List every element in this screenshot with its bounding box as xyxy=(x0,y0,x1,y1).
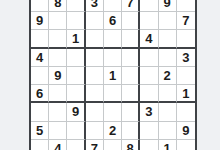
sudoku-cell-given[interactable]: 7 xyxy=(86,140,104,150)
sudoku-cell-given[interactable]: 7 xyxy=(177,12,195,30)
sudoku-cell-empty[interactable] xyxy=(86,67,104,85)
sudoku-cell-empty[interactable] xyxy=(140,49,158,67)
sudoku-cell-empty[interactable] xyxy=(67,0,85,12)
sudoku-cell-empty[interactable] xyxy=(67,67,85,85)
sudoku-cell-empty[interactable] xyxy=(67,49,85,67)
sudoku-cell-given[interactable]: 2 xyxy=(104,122,122,140)
sudoku-cell-empty[interactable] xyxy=(122,49,140,67)
sudoku-cell-empty[interactable] xyxy=(86,49,104,67)
sudoku-cell-empty[interactable] xyxy=(104,0,122,12)
sudoku-cell-empty[interactable] xyxy=(122,30,140,48)
sudoku-cell-empty[interactable] xyxy=(140,140,158,150)
sudoku-cell-empty[interactable] xyxy=(67,85,85,103)
sudoku-cell-empty[interactable] xyxy=(159,122,177,140)
sudoku-cell-given[interactable]: 6 xyxy=(31,85,49,103)
sudoku-cell-empty[interactable] xyxy=(159,85,177,103)
sudoku-cell-given[interactable]: 3 xyxy=(86,0,104,12)
sudoku-cell-given[interactable]: 9 xyxy=(49,67,67,85)
sudoku-cell-empty[interactable] xyxy=(86,103,104,121)
sudoku-cell-empty[interactable] xyxy=(159,49,177,67)
sudoku-cell-given[interactable]: 7 xyxy=(122,0,140,12)
sudoku-cell-empty[interactable] xyxy=(31,140,49,150)
sudoku-cell-empty[interactable] xyxy=(49,122,67,140)
sudoku-cell-given[interactable]: 9 xyxy=(67,103,85,121)
sudoku-cell-empty[interactable] xyxy=(140,12,158,30)
sudoku-cell-given[interactable]: 4 xyxy=(31,49,49,67)
sudoku-cell-empty[interactable] xyxy=(122,103,140,121)
sudoku-cell-given[interactable]: 3 xyxy=(177,49,195,67)
sudoku-cell-empty[interactable] xyxy=(177,140,195,150)
sudoku-cell-empty[interactable] xyxy=(104,30,122,48)
sudoku-cell-given[interactable]: 1 xyxy=(104,67,122,85)
sudoku-cell-empty[interactable] xyxy=(31,67,49,85)
sudoku-cell-given[interactable]: 3 xyxy=(140,103,158,121)
sudoku-cell-empty[interactable] xyxy=(31,0,49,12)
sudoku-cell-empty[interactable] xyxy=(31,103,49,121)
sudoku-cell-empty[interactable] xyxy=(140,67,158,85)
sudoku-cell-given[interactable]: 1 xyxy=(67,30,85,48)
sudoku-cell-empty[interactable] xyxy=(49,12,67,30)
sudoku-cell-empty[interactable] xyxy=(159,30,177,48)
sudoku-cell-empty[interactable] xyxy=(122,85,140,103)
sudoku-cell-empty[interactable] xyxy=(104,103,122,121)
sudoku-cell-empty[interactable] xyxy=(86,85,104,103)
sudoku-cell-empty[interactable] xyxy=(49,49,67,67)
sudoku-cell-empty[interactable] xyxy=(122,12,140,30)
sudoku-cell-given[interactable]: 4 xyxy=(49,140,67,150)
sudoku-cell-empty[interactable] xyxy=(67,140,85,150)
sudoku-cell-given[interactable]: 5 xyxy=(31,122,49,140)
sudoku-cell-empty[interactable] xyxy=(31,30,49,48)
sudoku-cell-given[interactable]: 8 xyxy=(49,0,67,12)
sudoku-cell-empty[interactable] xyxy=(159,103,177,121)
sudoku-cell-empty[interactable] xyxy=(122,67,140,85)
sudoku-cell-empty[interactable] xyxy=(140,122,158,140)
sudoku-board: 8379967144391261935294781 xyxy=(29,0,197,150)
sudoku-cell-given[interactable]: 9 xyxy=(31,12,49,30)
sudoku-cell-empty[interactable] xyxy=(177,103,195,121)
sudoku-cell-given[interactable]: 8 xyxy=(122,140,140,150)
sudoku-cell-empty[interactable] xyxy=(86,30,104,48)
sudoku-cell-empty[interactable] xyxy=(159,12,177,30)
sudoku-cell-given[interactable]: 1 xyxy=(159,140,177,150)
sudoku-cell-given[interactable]: 9 xyxy=(159,0,177,12)
sudoku-cell-empty[interactable] xyxy=(104,140,122,150)
sudoku-cell-empty[interactable] xyxy=(49,30,67,48)
sudoku-cell-empty[interactable] xyxy=(49,103,67,121)
sudoku-cell-empty[interactable] xyxy=(140,85,158,103)
sudoku-cell-empty[interactable] xyxy=(104,49,122,67)
sudoku-cell-empty[interactable] xyxy=(67,12,85,30)
sudoku-cell-empty[interactable] xyxy=(49,85,67,103)
sudoku-cell-empty[interactable] xyxy=(140,0,158,12)
sudoku-cell-empty[interactable] xyxy=(122,122,140,140)
sudoku-screenshot: 8379967144391261935294781 xyxy=(0,0,220,150)
sudoku-cell-given[interactable]: 9 xyxy=(177,122,195,140)
sudoku-cell-empty[interactable] xyxy=(177,30,195,48)
sudoku-cell-empty[interactable] xyxy=(86,122,104,140)
sudoku-cell-empty[interactable] xyxy=(104,85,122,103)
sudoku-cell-given[interactable]: 6 xyxy=(104,12,122,30)
sudoku-cell-given[interactable]: 1 xyxy=(177,85,195,103)
sudoku-cell-empty[interactable] xyxy=(86,12,104,30)
sudoku-cell-empty[interactable] xyxy=(177,0,195,12)
sudoku-cell-empty[interactable] xyxy=(177,67,195,85)
sudoku-cell-given[interactable]: 4 xyxy=(140,30,158,48)
sudoku-cell-given[interactable]: 2 xyxy=(159,67,177,85)
sudoku-cell-empty[interactable] xyxy=(67,122,85,140)
